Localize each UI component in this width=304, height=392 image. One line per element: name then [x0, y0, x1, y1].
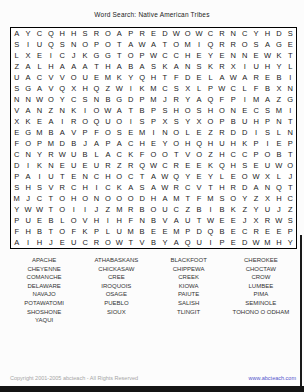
grid-cell: W — [228, 72, 239, 83]
grid-cell: X — [11, 116, 22, 127]
grid-cell: H — [57, 28, 68, 39]
grid-cell: B — [228, 116, 239, 127]
grid-cell: M — [205, 193, 216, 204]
website-link[interactable]: www.abcteach.com — [249, 375, 296, 381]
grid-cell: A — [216, 72, 227, 83]
grid-cell: R — [102, 160, 113, 171]
grid-cell: C — [285, 193, 296, 204]
grid-cell: U — [182, 215, 193, 226]
grid-cell: U — [250, 61, 261, 72]
grid-cell: H — [148, 193, 159, 204]
word-item: DELAWARE — [8, 282, 80, 291]
grid-cell: N — [228, 28, 239, 39]
grid-cell: K — [273, 50, 284, 61]
grid-cell: O — [102, 237, 113, 248]
grid-cell: N — [22, 94, 33, 105]
grid-cell: Y — [205, 171, 216, 182]
grid-cell: V — [45, 182, 56, 193]
grid-cell: F — [11, 138, 22, 149]
grid-cell: N — [79, 171, 90, 182]
grid-cell: P — [91, 226, 102, 237]
grid-cell: Y — [125, 72, 136, 83]
grid-cell: J — [285, 171, 296, 182]
grid-cell: A — [193, 94, 204, 105]
grid-cell: K — [228, 204, 239, 215]
grid-cell: E — [193, 72, 204, 83]
grid-cell: C — [79, 237, 90, 248]
grid-cell: C — [182, 182, 193, 193]
grid-cell: N — [136, 215, 147, 226]
grid-cell: R — [68, 116, 79, 127]
grid-cell: T — [205, 182, 216, 193]
grid-cell: T — [285, 50, 296, 61]
grid-cell: O — [91, 105, 102, 116]
grid-cell: U — [79, 72, 90, 83]
grid-cell: M — [148, 94, 159, 105]
grid-cell: Q — [136, 72, 147, 83]
grid-cell: V — [159, 215, 170, 226]
grid-cell: U — [262, 160, 273, 171]
grid-cell: P — [148, 105, 159, 116]
grid-cell: A — [114, 105, 125, 116]
word-item: IROQUOIS — [80, 282, 152, 291]
grid-cell: E — [228, 171, 239, 182]
grid-cell: A — [22, 61, 33, 72]
grid-cell: Y — [205, 50, 216, 61]
grid-cell: D — [239, 127, 250, 138]
grid-cell: M — [171, 226, 182, 237]
grid-cell: C — [171, 204, 182, 215]
grid-cell: G — [273, 39, 284, 50]
grid-cell: B — [102, 94, 113, 105]
grid-cell: S — [136, 182, 147, 193]
grid-cell: W — [22, 204, 33, 215]
grid-cell: H — [216, 182, 227, 193]
grid-cell: F — [68, 226, 79, 237]
grid-cell: O — [171, 39, 182, 50]
grid-cell: O — [125, 193, 136, 204]
grid-cell: Z — [11, 61, 22, 72]
grid-cell: M — [171, 193, 182, 204]
grid-cell: C — [250, 105, 261, 116]
grid-cell: A — [262, 39, 273, 50]
grid-cell: L — [239, 83, 250, 94]
grid-cell: L — [273, 171, 284, 182]
grid-cell: H — [79, 83, 90, 94]
grid-cell: E — [57, 160, 68, 171]
grid-cell: O — [285, 160, 296, 171]
grid-cell: C — [68, 94, 79, 105]
grid-cell: Y — [182, 116, 193, 127]
grid-cell: H — [136, 138, 147, 149]
grid-cell: U — [216, 138, 227, 149]
grid-cell: S — [79, 94, 90, 105]
grid-cell: B — [136, 204, 147, 215]
grid-cell: R — [216, 61, 227, 72]
grid-cell: A — [22, 171, 33, 182]
grid-cell: E — [182, 160, 193, 171]
grid-cell: E — [34, 116, 45, 127]
word-search-grid: AYCQHHSROAPREDWOWCRNCYHDSSIUQSNOPOTAWATO… — [10, 27, 297, 249]
word-item: KIOWA — [153, 282, 225, 291]
grid-cell: N — [91, 94, 102, 105]
grid-cell: D — [273, 28, 284, 39]
word-column: ATHABASKANSCHICKASAWCREEIROQUOISOSAGEPUE… — [80, 256, 152, 325]
word-item: CHIPPEWA — [153, 265, 225, 274]
grid-cell: R — [262, 215, 273, 226]
grid-cell: I — [239, 94, 250, 105]
grid-cell: T — [45, 193, 56, 204]
grid-cell: I — [102, 215, 113, 226]
grid-cell: P — [136, 94, 147, 105]
grid-cell: X — [250, 215, 261, 226]
grid-cell: C — [34, 72, 45, 83]
grid-cell: N — [34, 105, 45, 116]
grid-cell: X — [159, 116, 170, 127]
grid-cell: D — [57, 138, 68, 149]
grid-cell: P — [136, 50, 147, 61]
grid-cell: R — [125, 160, 136, 171]
grid-cell: U — [193, 237, 204, 248]
grid-cell: N — [68, 39, 79, 50]
grid-cell: R — [125, 204, 136, 215]
grid-cell: O — [57, 226, 68, 237]
grid-cell: J — [22, 193, 33, 204]
grid-cell: O — [262, 149, 273, 160]
grid-cell: P — [205, 83, 216, 94]
grid-cell: H — [102, 61, 113, 72]
grid-cell: D — [193, 226, 204, 237]
grid-cell: E — [11, 127, 22, 138]
grid-cell: A — [11, 237, 22, 248]
grid-cell: O — [79, 193, 90, 204]
grid-cell: A — [57, 127, 68, 138]
grid-cell: R — [91, 237, 102, 248]
grid-cell: D — [228, 127, 239, 138]
grid-cell: N — [45, 160, 56, 171]
grid-cell: D — [239, 182, 250, 193]
grid-cell: Q — [216, 160, 227, 171]
grid-cell: A — [262, 94, 273, 105]
grid-cell: U — [102, 116, 113, 127]
grid-cell: S — [114, 127, 125, 138]
grid-cell: T — [45, 204, 56, 215]
grid-cell: P — [216, 116, 227, 127]
grid-cell: E — [34, 215, 45, 226]
grid-cell: K — [125, 149, 136, 160]
grid-cell: G — [102, 50, 113, 61]
grid-cell: O — [102, 39, 113, 50]
word-item: SHOSHONE — [8, 308, 80, 317]
grid-cell: Y — [250, 204, 261, 215]
grid-cell: H — [262, 28, 273, 39]
grid-cell: Z — [45, 105, 56, 116]
grid-cell: T — [45, 226, 56, 237]
grid-cell: B — [45, 127, 56, 138]
grid-cell: B — [125, 61, 136, 72]
grid-cell: H — [91, 215, 102, 226]
grid-cell: H — [205, 138, 216, 149]
grid-cell: A — [102, 149, 113, 160]
grid-cell: U — [239, 116, 250, 127]
grid-cell: K — [114, 182, 125, 193]
grid-cell: I — [22, 160, 33, 171]
grid-cell: T — [159, 39, 170, 50]
grid-cell: W — [193, 28, 204, 39]
grid-cell: R — [228, 39, 239, 50]
grid-cell: H — [22, 182, 33, 193]
grid-cell: R — [91, 28, 102, 39]
grid-cell: Y — [250, 28, 261, 39]
grid-cell: E — [250, 50, 261, 61]
grid-cell: T — [125, 105, 136, 116]
grid-cell: A — [114, 61, 125, 72]
word-item: PIMA — [225, 290, 297, 299]
grid-cell: R — [57, 182, 68, 193]
grid-cell: X — [273, 83, 284, 94]
grid-cell: N — [91, 193, 102, 204]
grid-cell: W — [114, 83, 125, 94]
grid-cell: T — [193, 215, 204, 226]
grid-cell: W — [273, 160, 284, 171]
grid-cell: C — [205, 28, 216, 39]
grid-cell: J — [159, 94, 170, 105]
copyright-text: Copyright 2001-2005 abcteach - All Right… — [10, 375, 138, 381]
grid-cell: W — [57, 149, 68, 160]
grid-cell: M — [125, 226, 136, 237]
grid-cell: B — [193, 204, 204, 215]
grid-cell: H — [68, 193, 79, 204]
grid-cell: J — [91, 204, 102, 215]
grid-cell: B — [136, 226, 147, 237]
grid-cell: K — [22, 116, 33, 127]
grid-cell: H — [22, 226, 33, 237]
grid-cell: R — [228, 182, 239, 193]
grid-cell: Y — [34, 149, 45, 160]
grid-cell: C — [68, 182, 79, 193]
grid-cell: H — [114, 215, 125, 226]
grid-cell: A — [34, 83, 45, 94]
grid-cell: W — [171, 28, 182, 39]
grid-cell: T — [91, 61, 102, 72]
grid-cell: N — [273, 116, 284, 127]
grid-cell: Q — [136, 160, 147, 171]
grid-cell: E — [262, 72, 273, 83]
grid-cell: E — [228, 226, 239, 237]
grid-cell: H — [182, 138, 193, 149]
grid-cell: C — [34, 193, 45, 204]
grid-cell: H — [79, 182, 90, 193]
grid-cell: O — [182, 28, 193, 39]
grid-cell: S — [216, 193, 227, 204]
grid-cell: C — [11, 149, 22, 160]
word-item: BLACKFOOT — [153, 256, 225, 265]
grid-cell: V — [136, 237, 147, 248]
grid-cell: R — [216, 39, 227, 50]
grid-cell: S — [262, 127, 273, 138]
grid-cell: P — [182, 226, 193, 237]
grid-cell: H — [45, 61, 56, 72]
grid-cell: Q — [182, 237, 193, 248]
grid-cell: H — [182, 50, 193, 61]
grid-cell: N — [11, 94, 22, 105]
grid-cell: A — [136, 61, 147, 72]
grid-cell: W — [148, 50, 159, 61]
grid-cell: W — [262, 50, 273, 61]
grid-cell: S — [79, 28, 90, 39]
grid-cell: O — [114, 171, 125, 182]
grid-cell: E — [193, 50, 204, 61]
grid-cell: T — [285, 182, 296, 193]
grid-cell: B — [136, 105, 147, 116]
grid-cell: R — [250, 226, 261, 237]
grid-cell: X — [182, 83, 193, 94]
grid-cell: J — [68, 50, 79, 61]
grid-cell: A — [22, 72, 33, 83]
word-item: CREE — [80, 273, 152, 282]
grid-cell: C — [114, 149, 125, 160]
word-item: LUMBEE — [225, 282, 297, 291]
grid-cell: W — [159, 171, 170, 182]
grid-cell: W — [216, 83, 227, 94]
grid-cell: S — [11, 182, 22, 193]
grid-cell: D — [11, 160, 22, 171]
grid-cell: Y — [22, 28, 33, 39]
grid-cell: I — [250, 127, 261, 138]
grid-cell: E — [193, 160, 204, 171]
grid-cell: L — [205, 72, 216, 83]
grid-cell: O — [148, 149, 159, 160]
grid-cell: A — [125, 39, 136, 50]
grid-cell: N — [228, 105, 239, 116]
grid-cell: T — [171, 149, 182, 160]
grid-cell: S — [171, 83, 182, 94]
grid-cell: C — [239, 226, 250, 237]
grid-cell: W — [136, 39, 147, 50]
grid-cell: I — [34, 171, 45, 182]
grid-cell: C — [125, 138, 136, 149]
grid-cell: N — [239, 50, 250, 61]
grid-cell: C — [159, 160, 170, 171]
grid-cell: I — [45, 50, 56, 61]
grid-cell: Z — [285, 204, 296, 215]
grid-cell: V — [57, 72, 68, 83]
grid-cell: B — [216, 204, 227, 215]
grid-cell: O — [102, 193, 113, 204]
grid-cell: W — [114, 237, 125, 248]
grid-cell: F — [136, 149, 147, 160]
grid-cell: O — [22, 138, 33, 149]
word-item: APACHE — [8, 256, 80, 265]
grid-cell: I — [79, 204, 90, 215]
grid-cell: I — [125, 83, 136, 94]
grid-cell: Z — [205, 149, 216, 160]
grid-cell: B — [216, 226, 227, 237]
grid-cell: O — [68, 215, 79, 226]
grid-cell: I — [285, 72, 296, 83]
grid-cell: I — [22, 237, 33, 248]
grid-cell: D — [239, 237, 250, 248]
grid-cell: M — [136, 127, 147, 138]
grid-cell: P — [79, 127, 90, 138]
grid-cell: E — [250, 160, 261, 171]
grid-cell: A — [114, 28, 125, 39]
grid-cell: S — [148, 61, 159, 72]
grid-cell: H — [102, 171, 113, 182]
grid-cell: O — [57, 193, 68, 204]
grid-cell: C — [171, 50, 182, 61]
grid-cell: S — [239, 160, 250, 171]
grid-cell: O — [182, 105, 193, 116]
grid-cell: H — [216, 149, 227, 160]
word-item: CHOCTAW — [225, 265, 297, 274]
grid-cell: E — [216, 215, 227, 226]
grid-cell: O — [102, 127, 113, 138]
grid-cell: Z — [273, 94, 284, 105]
grid-cell: O — [148, 204, 159, 215]
grid-cell: L — [193, 83, 204, 94]
grid-cell: K — [159, 61, 170, 72]
grid-cell: E — [91, 72, 102, 83]
grid-cell: A — [22, 105, 33, 116]
word-item: CHEYENNE — [8, 265, 80, 274]
grid-cell: R — [136, 28, 147, 39]
grid-cell: T — [182, 193, 193, 204]
grid-cell: B — [273, 149, 284, 160]
word-item: TLINGIT — [153, 308, 225, 317]
grid-cell: Z — [102, 204, 113, 215]
grid-cell: T — [57, 171, 68, 182]
grid-cell: I — [22, 39, 33, 50]
grid-cell: P — [228, 94, 239, 105]
grid-cell: L — [216, 171, 227, 182]
grid-cell: A — [171, 61, 182, 72]
grid-cell: B — [34, 226, 45, 237]
grid-cell: K — [205, 160, 216, 171]
grid-cell: L — [57, 215, 68, 226]
grid-cell: W — [273, 215, 284, 226]
grid-cell: B — [262, 83, 273, 94]
grid-cell: U — [91, 160, 102, 171]
grid-cell: E — [148, 226, 159, 237]
grid-cell: R — [171, 160, 182, 171]
grid-cell: R — [216, 127, 227, 138]
grid-cell: O — [125, 50, 136, 61]
grid-cell: K — [34, 160, 45, 171]
word-column: BLACKFOOTCHIPPEWACREEKKIOWAPAIUTESALISHT… — [153, 256, 225, 325]
grid-cell: I — [79, 105, 90, 116]
grid-cell: C — [159, 83, 170, 94]
word-item: SIOUX — [80, 308, 152, 317]
grid-cell: S — [57, 39, 68, 50]
word-item: CHEROKEE — [225, 256, 297, 265]
grid-cell: O — [57, 204, 68, 215]
grid-cell: A — [57, 61, 68, 72]
word-item: POTAWATOMI — [8, 299, 80, 308]
grid-cell: T — [136, 171, 147, 182]
grid-cell: B — [45, 215, 56, 226]
grid-cell: I — [205, 237, 216, 248]
grid-cell: L — [102, 226, 113, 237]
grid-cell: Y — [239, 193, 250, 204]
grid-cell: O — [159, 149, 170, 160]
grid-cell: U — [68, 160, 79, 171]
grid-cell: S — [250, 39, 261, 50]
grid-cell: R — [45, 149, 56, 160]
grid-cell: N — [22, 149, 33, 160]
grid-cell: Z — [182, 204, 193, 215]
grid-cell: M — [102, 72, 113, 83]
